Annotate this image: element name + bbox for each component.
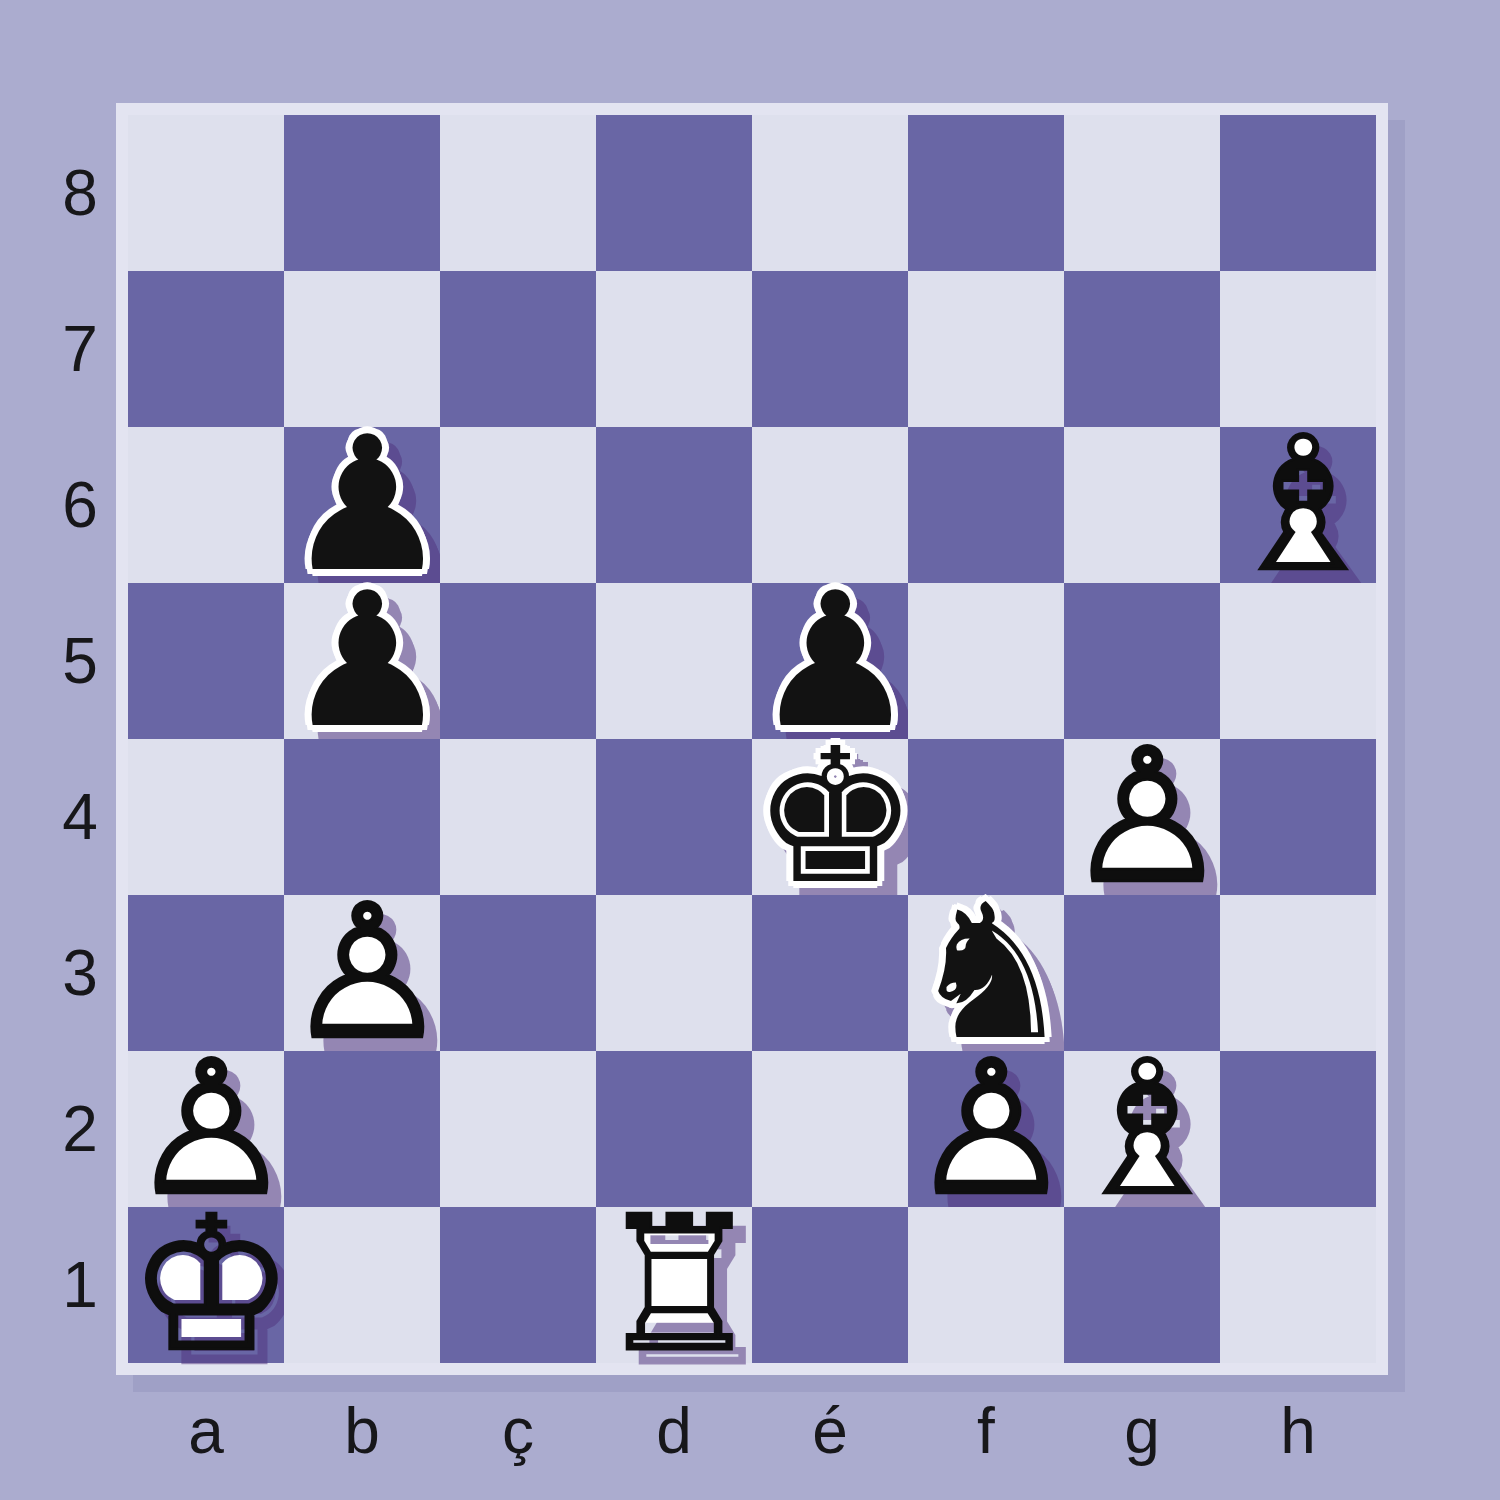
square-e1[interactable] (752, 1207, 908, 1363)
square-d8[interactable] (596, 115, 752, 271)
file-label-e: é (812, 1394, 848, 1468)
square-h4[interactable] (1220, 739, 1376, 895)
square-h2[interactable] (1220, 1051, 1376, 1207)
square-g8[interactable] (1064, 115, 1220, 271)
white-rook-outline-icon: ♖ (596, 1207, 752, 1363)
chess-board: ♟♝♗♟♟♚♟♙♟♙♞♟♙♟♙♝♗♚♔♜♖ (116, 103, 1388, 1375)
piece-black-pawn-b5[interactable]: ♟ (284, 583, 440, 739)
piece-white-king-a1[interactable]: ♚♔ (128, 1207, 284, 1363)
square-a6[interactable] (128, 427, 284, 583)
square-d1[interactable]: ♜♖ (596, 1207, 752, 1363)
rank-label-3: 3 (62, 936, 98, 1010)
square-e8[interactable] (752, 115, 908, 271)
square-d6[interactable] (596, 427, 752, 583)
file-label-c: ç (502, 1394, 534, 1468)
black-king-icon: ♚ (752, 739, 908, 895)
square-g7[interactable] (1064, 271, 1220, 427)
file-label-d: d (656, 1394, 692, 1468)
file-label-g: g (1124, 1394, 1160, 1468)
square-e3[interactable] (752, 895, 908, 1051)
square-f2[interactable]: ♟♙ (908, 1051, 1064, 1207)
chess-diagram: ♟♝♗♟♟♚♟♙♟♙♞♟♙♟♙♝♗♚♔♜♖ 87654321abçdéfgh (0, 0, 1500, 1500)
square-e2[interactable] (752, 1051, 908, 1207)
square-g1[interactable] (1064, 1207, 1220, 1363)
square-h1[interactable] (1220, 1207, 1376, 1363)
square-h5[interactable] (1220, 583, 1376, 739)
square-a7[interactable] (128, 271, 284, 427)
square-f5[interactable] (908, 583, 1064, 739)
rank-label-8: 8 (62, 156, 98, 230)
file-label-b: b (344, 1394, 380, 1468)
rank-label-4: 4 (62, 780, 98, 854)
square-a1[interactable]: ♚♔ (128, 1207, 284, 1363)
white-bishop-outline-icon: ♗ (1220, 427, 1376, 583)
rank-label-6: 6 (62, 468, 98, 542)
square-e7[interactable] (752, 271, 908, 427)
square-a4[interactable] (128, 739, 284, 895)
square-f6[interactable] (908, 427, 1064, 583)
square-c2[interactable] (440, 1051, 596, 1207)
square-h3[interactable] (1220, 895, 1376, 1051)
piece-white-bishop-g2[interactable]: ♝♗ (1064, 1051, 1220, 1207)
square-f1[interactable] (908, 1207, 1064, 1363)
white-pawn-outline-icon: ♙ (908, 1051, 1064, 1207)
black-pawn-icon: ♟ (284, 583, 440, 739)
piece-white-pawn-b3[interactable]: ♟♙ (284, 895, 440, 1051)
square-d7[interactable] (596, 271, 752, 427)
rank-label-7: 7 (62, 312, 98, 386)
piece-white-rook-d1[interactable]: ♜♖ (596, 1207, 752, 1363)
square-c1[interactable] (440, 1207, 596, 1363)
white-pawn-outline-icon: ♙ (284, 895, 440, 1051)
rank-label-5: 5 (62, 624, 98, 698)
rank-label-1: 1 (62, 1248, 98, 1322)
square-b3[interactable]: ♟♙ (284, 895, 440, 1051)
square-d5[interactable] (596, 583, 752, 739)
square-f7[interactable] (908, 271, 1064, 427)
square-c3[interactable] (440, 895, 596, 1051)
square-g6[interactable] (1064, 427, 1220, 583)
square-f8[interactable] (908, 115, 1064, 271)
square-c7[interactable] (440, 271, 596, 427)
piece-white-bishop-h6[interactable]: ♝♗ (1220, 427, 1376, 583)
rank-label-2: 2 (62, 1092, 98, 1166)
piece-black-king-e4[interactable]: ♚ (752, 739, 908, 895)
square-d3[interactable] (596, 895, 752, 1051)
square-g2[interactable]: ♝♗ (1064, 1051, 1220, 1207)
piece-white-pawn-g4[interactable]: ♟♙ (1064, 739, 1220, 895)
square-c5[interactable] (440, 583, 596, 739)
square-c8[interactable] (440, 115, 596, 271)
piece-white-pawn-f2[interactable]: ♟♙ (908, 1051, 1064, 1207)
white-king-outline-icon: ♔ (128, 1207, 284, 1363)
square-b2[interactable] (284, 1051, 440, 1207)
square-b1[interactable] (284, 1207, 440, 1363)
square-a8[interactable] (128, 115, 284, 271)
file-label-h: h (1280, 1394, 1316, 1468)
square-a5[interactable] (128, 583, 284, 739)
square-h6[interactable]: ♝♗ (1220, 427, 1376, 583)
white-bishop-outline-icon: ♗ (1064, 1051, 1220, 1207)
square-e4[interactable]: ♚ (752, 739, 908, 895)
square-c4[interactable] (440, 739, 596, 895)
square-b8[interactable] (284, 115, 440, 271)
white-pawn-outline-icon: ♙ (1064, 739, 1220, 895)
file-label-f: f (977, 1394, 995, 1468)
square-c6[interactable] (440, 427, 596, 583)
file-label-a: a (188, 1394, 224, 1468)
square-d4[interactable] (596, 739, 752, 895)
square-h8[interactable] (1220, 115, 1376, 271)
square-g4[interactable]: ♟♙ (1064, 739, 1220, 895)
square-b5[interactable]: ♟ (284, 583, 440, 739)
